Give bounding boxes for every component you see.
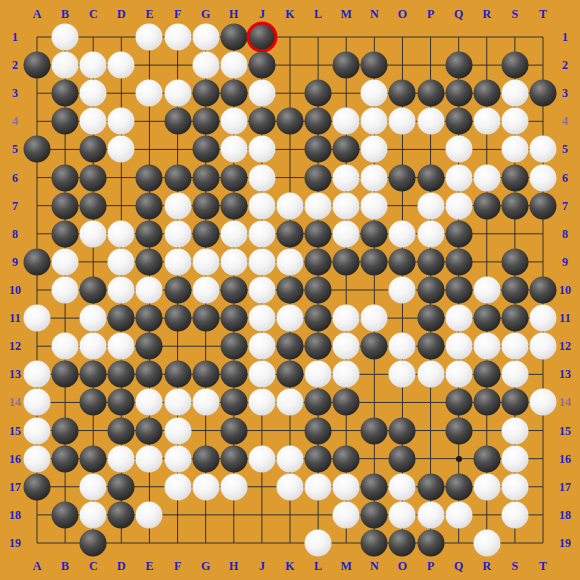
black-stone-K13[interactable] — [277, 361, 304, 388]
black-stone-G11[interactable] — [192, 305, 219, 332]
white-stone-J14[interactable] — [248, 389, 275, 416]
white-stone-S12[interactable] — [501, 333, 528, 360]
row-label-right-16: 16 — [559, 451, 571, 466]
white-stone-F14[interactable] — [164, 389, 191, 416]
white-stone-K9[interactable] — [277, 248, 304, 275]
black-stone-R11[interactable] — [473, 305, 500, 332]
white-stone-A11[interactable] — [24, 305, 51, 332]
black-stone-P12[interactable] — [417, 333, 444, 360]
column-label-top-H: H — [229, 7, 238, 22]
white-stone-H8[interactable] — [220, 220, 247, 247]
column-label-bottom-S: S — [512, 559, 519, 574]
black-stone-E6[interactable] — [136, 164, 163, 191]
white-stone-O13[interactable] — [389, 361, 416, 388]
white-stone-H5[interactable] — [220, 136, 247, 163]
white-stone-F9[interactable] — [164, 248, 191, 275]
black-stone-S11[interactable] — [501, 305, 528, 332]
white-stone-A16[interactable] — [24, 445, 51, 472]
white-stone-J12[interactable] — [248, 333, 275, 360]
black-stone-C14[interactable] — [80, 389, 107, 416]
white-stone-G14[interactable] — [192, 389, 219, 416]
black-stone-L9[interactable] — [305, 248, 332, 275]
white-stone-D10[interactable] — [108, 277, 135, 304]
white-stone-E1[interactable] — [136, 24, 163, 51]
white-stone-M12[interactable] — [333, 333, 360, 360]
white-stone-B12[interactable] — [52, 333, 79, 360]
column-label-bottom-K: K — [285, 559, 294, 574]
black-stone-Q8[interactable] — [445, 220, 472, 247]
white-stone-A15[interactable] — [24, 417, 51, 444]
black-stone-G13[interactable] — [192, 361, 219, 388]
white-stone-J7[interactable] — [248, 192, 275, 219]
black-stone-P19[interactable] — [417, 530, 444, 557]
white-stone-M11[interactable] — [333, 305, 360, 332]
column-label-bottom-E: E — [145, 559, 153, 574]
white-stone-Q7[interactable] — [445, 192, 472, 219]
black-stone-K10[interactable] — [277, 277, 304, 304]
black-stone-P11[interactable] — [417, 305, 444, 332]
black-stone-Q3[interactable] — [445, 80, 472, 107]
white-stone-M8[interactable] — [333, 220, 360, 247]
white-stone-P13[interactable] — [417, 361, 444, 388]
black-stone-P10[interactable] — [417, 277, 444, 304]
black-stone-M5[interactable] — [333, 136, 360, 163]
white-stone-J9[interactable] — [248, 248, 275, 275]
black-stone-J1[interactable] — [248, 24, 275, 51]
black-stone-B18[interactable] — [52, 501, 79, 528]
black-stone-N18[interactable] — [361, 501, 388, 528]
column-label-top-Q: Q — [454, 7, 463, 22]
black-stone-M9[interactable] — [333, 248, 360, 275]
black-stone-D11[interactable] — [108, 305, 135, 332]
column-label-top-G: G — [201, 7, 210, 22]
black-stone-H13[interactable] — [220, 361, 247, 388]
black-stone-H3[interactable] — [220, 80, 247, 107]
white-stone-G2[interactable] — [192, 52, 219, 79]
black-stone-G7[interactable] — [192, 192, 219, 219]
black-stone-S10[interactable] — [501, 277, 528, 304]
black-stone-L10[interactable] — [305, 277, 332, 304]
black-stone-D17[interactable] — [108, 473, 135, 500]
black-stone-O19[interactable] — [389, 530, 416, 557]
row-label-right-19: 19 — [559, 536, 571, 551]
black-stone-R3[interactable] — [473, 80, 500, 107]
black-stone-R16[interactable] — [473, 445, 500, 472]
white-stone-N3[interactable] — [361, 80, 388, 107]
white-stone-F1[interactable] — [164, 24, 191, 51]
white-stone-P4[interactable] — [417, 108, 444, 135]
white-stone-J6[interactable] — [248, 164, 275, 191]
black-stone-T3[interactable] — [530, 80, 557, 107]
column-label-bottom-F: F — [174, 559, 181, 574]
black-stone-D14[interactable] — [108, 389, 135, 416]
white-stone-S17[interactable] — [501, 473, 528, 500]
black-stone-L12[interactable] — [305, 333, 332, 360]
black-stone-G3[interactable] — [192, 80, 219, 107]
star-point-Q16 — [456, 456, 462, 462]
white-stone-S16[interactable] — [501, 445, 528, 472]
white-stone-L7[interactable] — [305, 192, 332, 219]
white-stone-J8[interactable] — [248, 220, 275, 247]
white-stone-S4[interactable] — [501, 108, 528, 135]
black-stone-B4[interactable] — [52, 108, 79, 135]
white-stone-E16[interactable] — [136, 445, 163, 472]
black-stone-H14[interactable] — [220, 389, 247, 416]
white-stone-M7[interactable] — [333, 192, 360, 219]
white-stone-O8[interactable] — [389, 220, 416, 247]
white-stone-M13[interactable] — [333, 361, 360, 388]
white-stone-J10[interactable] — [248, 277, 275, 304]
white-stone-K16[interactable] — [277, 445, 304, 472]
white-stone-D16[interactable] — [108, 445, 135, 472]
black-stone-S7[interactable] — [501, 192, 528, 219]
black-stone-B15[interactable] — [52, 417, 79, 444]
black-stone-R14[interactable] — [473, 389, 500, 416]
column-label-top-D: D — [117, 7, 126, 22]
row-label-right-5: 5 — [562, 142, 568, 157]
white-stone-E14[interactable] — [136, 389, 163, 416]
white-stone-S13[interactable] — [501, 361, 528, 388]
black-stone-E12[interactable] — [136, 333, 163, 360]
black-stone-E8[interactable] — [136, 220, 163, 247]
black-stone-K12[interactable] — [277, 333, 304, 360]
column-label-top-N: N — [370, 7, 379, 22]
white-stone-S5[interactable] — [501, 136, 528, 163]
black-stone-B7[interactable] — [52, 192, 79, 219]
black-stone-C16[interactable] — [80, 445, 107, 472]
black-stone-S14[interactable] — [501, 389, 528, 416]
black-stone-S9[interactable] — [501, 248, 528, 275]
white-stone-J5[interactable] — [248, 136, 275, 163]
black-stone-R13[interactable] — [473, 361, 500, 388]
white-stone-G9[interactable] — [192, 248, 219, 275]
black-stone-L11[interactable] — [305, 305, 332, 332]
white-stone-D12[interactable] — [108, 333, 135, 360]
black-stone-O6[interactable] — [389, 164, 416, 191]
black-stone-N12[interactable] — [361, 333, 388, 360]
column-label-top-M: M — [341, 7, 352, 22]
white-stone-C12[interactable] — [80, 333, 107, 360]
black-stone-J2[interactable] — [248, 52, 275, 79]
black-stone-L4[interactable] — [305, 108, 332, 135]
white-stone-L17[interactable] — [305, 473, 332, 500]
black-stone-C6[interactable] — [80, 164, 107, 191]
white-stone-E10[interactable] — [136, 277, 163, 304]
white-stone-C2[interactable] — [80, 52, 107, 79]
black-stone-T10[interactable] — [530, 277, 557, 304]
white-stone-K11[interactable] — [277, 305, 304, 332]
white-stone-Q11[interactable] — [445, 305, 472, 332]
row-label-right-9: 9 — [562, 254, 568, 269]
white-stone-A14[interactable] — [24, 389, 51, 416]
black-stone-H11[interactable] — [220, 305, 247, 332]
black-stone-K8[interactable] — [277, 220, 304, 247]
black-stone-G5[interactable] — [192, 136, 219, 163]
white-stone-R17[interactable] — [473, 473, 500, 500]
black-stone-F6[interactable] — [164, 164, 191, 191]
black-stone-A5[interactable] — [24, 136, 51, 163]
black-stone-B16[interactable] — [52, 445, 79, 472]
white-stone-F17[interactable] — [164, 473, 191, 500]
white-stone-R4[interactable] — [473, 108, 500, 135]
black-stone-O9[interactable] — [389, 248, 416, 275]
white-stone-Q6[interactable] — [445, 164, 472, 191]
black-stone-C7[interactable] — [80, 192, 107, 219]
white-stone-E18[interactable] — [136, 501, 163, 528]
row-label-right-10: 10 — [559, 283, 571, 298]
white-stone-R12[interactable] — [473, 333, 500, 360]
white-stone-T5[interactable] — [530, 136, 557, 163]
white-stone-J11[interactable] — [248, 305, 275, 332]
white-stone-J16[interactable] — [248, 445, 275, 472]
black-stone-M14[interactable] — [333, 389, 360, 416]
white-stone-J13[interactable] — [248, 361, 275, 388]
column-label-top-B: B — [61, 7, 69, 22]
white-stone-G17[interactable] — [192, 473, 219, 500]
column-label-bottom-D: D — [117, 559, 126, 574]
row-label-left-17: 17 — [9, 479, 21, 494]
black-stone-E11[interactable] — [136, 305, 163, 332]
black-stone-N2[interactable] — [361, 52, 388, 79]
white-stone-H4[interactable] — [220, 108, 247, 135]
black-stone-P3[interactable] — [417, 80, 444, 107]
black-stone-C13[interactable] — [80, 361, 107, 388]
black-stone-B3[interactable] — [52, 80, 79, 107]
black-stone-L16[interactable] — [305, 445, 332, 472]
row-label-right-8: 8 — [562, 226, 568, 241]
white-stone-B2[interactable] — [52, 52, 79, 79]
white-stone-F16[interactable] — [164, 445, 191, 472]
black-stone-N19[interactable] — [361, 530, 388, 557]
black-stone-P17[interactable] — [417, 473, 444, 500]
black-stone-D15[interactable] — [108, 417, 135, 444]
black-stone-T7[interactable] — [530, 192, 557, 219]
white-stone-T6[interactable] — [530, 164, 557, 191]
white-stone-C8[interactable] — [80, 220, 107, 247]
white-stone-L19[interactable] — [305, 530, 332, 557]
black-stone-H12[interactable] — [220, 333, 247, 360]
white-stone-C18[interactable] — [80, 501, 107, 528]
black-stone-D13[interactable] — [108, 361, 135, 388]
black-stone-H10[interactable] — [220, 277, 247, 304]
column-label-top-C: C — [89, 7, 98, 22]
white-stone-N11[interactable] — [361, 305, 388, 332]
black-stone-N8[interactable] — [361, 220, 388, 247]
go-board[interactable]: AABBCCDDEEFFGGHHJJKKLLMMNNOOPPQQRRSSTT11… — [0, 0, 580, 580]
row-label-left-4: 4 — [12, 114, 18, 129]
column-label-top-A: A — [33, 7, 42, 22]
white-stone-M6[interactable] — [333, 164, 360, 191]
black-stone-H1[interactable] — [220, 24, 247, 51]
black-stone-Q17[interactable] — [445, 473, 472, 500]
white-stone-C3[interactable] — [80, 80, 107, 107]
white-stone-R10[interactable] — [473, 277, 500, 304]
black-stone-N15[interactable] — [361, 417, 388, 444]
white-stone-H2[interactable] — [220, 52, 247, 79]
column-label-bottom-R: R — [482, 559, 491, 574]
black-stone-F10[interactable] — [164, 277, 191, 304]
white-stone-F8[interactable] — [164, 220, 191, 247]
white-stone-C17[interactable] — [80, 473, 107, 500]
white-stone-K7[interactable] — [277, 192, 304, 219]
black-stone-J4[interactable] — [248, 108, 275, 135]
black-stone-L8[interactable] — [305, 220, 332, 247]
black-stone-A17[interactable] — [24, 473, 51, 500]
white-stone-C11[interactable] — [80, 305, 107, 332]
row-label-left-6: 6 — [12, 170, 18, 185]
white-stone-M18[interactable] — [333, 501, 360, 528]
black-stone-H6[interactable] — [220, 164, 247, 191]
black-stone-C5[interactable] — [80, 136, 107, 163]
white-stone-S18[interactable] — [501, 501, 528, 528]
black-stone-G4[interactable] — [192, 108, 219, 135]
black-stone-S6[interactable] — [501, 164, 528, 191]
black-stone-Q15[interactable] — [445, 417, 472, 444]
white-stone-G1[interactable] — [192, 24, 219, 51]
black-stone-A2[interactable] — [24, 52, 51, 79]
white-stone-B9[interactable] — [52, 248, 79, 275]
white-stone-L13[interactable] — [305, 361, 332, 388]
row-label-right-7: 7 — [562, 198, 568, 213]
white-stone-N7[interactable] — [361, 192, 388, 219]
black-stone-Q4[interactable] — [445, 108, 472, 135]
white-stone-D5[interactable] — [108, 136, 135, 163]
black-stone-Q10[interactable] — [445, 277, 472, 304]
column-label-top-T: T — [539, 7, 547, 22]
white-stone-T12[interactable] — [530, 333, 557, 360]
black-stone-L3[interactable] — [305, 80, 332, 107]
white-stone-O4[interactable] — [389, 108, 416, 135]
white-stone-F15[interactable] — [164, 417, 191, 444]
white-stone-A13[interactable] — [24, 361, 51, 388]
black-stone-B8[interactable] — [52, 220, 79, 247]
black-stone-O16[interactable] — [389, 445, 416, 472]
white-stone-D8[interactable] — [108, 220, 135, 247]
white-stone-D4[interactable] — [108, 108, 135, 135]
white-stone-E3[interactable] — [136, 80, 163, 107]
black-stone-B6[interactable] — [52, 164, 79, 191]
row-label-left-8: 8 — [12, 226, 18, 241]
white-stone-T14[interactable] — [530, 389, 557, 416]
row-label-left-14: 14 — [9, 395, 21, 410]
black-stone-P9[interactable] — [417, 248, 444, 275]
black-stone-H15[interactable] — [220, 417, 247, 444]
white-stone-H17[interactable] — [220, 473, 247, 500]
white-stone-J3[interactable] — [248, 80, 275, 107]
black-stone-C19[interactable] — [80, 530, 107, 557]
column-label-top-L: L — [314, 7, 322, 22]
column-label-bottom-G: G — [201, 559, 210, 574]
white-stone-O12[interactable] — [389, 333, 416, 360]
white-stone-B10[interactable] — [52, 277, 79, 304]
row-label-left-7: 7 — [12, 198, 18, 213]
black-stone-H16[interactable] — [220, 445, 247, 472]
black-stone-F11[interactable] — [164, 305, 191, 332]
black-stone-D18[interactable] — [108, 501, 135, 528]
black-stone-L5[interactable] — [305, 136, 332, 163]
black-stone-N9[interactable] — [361, 248, 388, 275]
column-label-bottom-H: H — [229, 559, 238, 574]
white-stone-Q12[interactable] — [445, 333, 472, 360]
black-stone-F13[interactable] — [164, 361, 191, 388]
row-label-right-1: 1 — [562, 30, 568, 45]
white-stone-P7[interactable] — [417, 192, 444, 219]
white-stone-K14[interactable] — [277, 389, 304, 416]
white-stone-S3[interactable] — [501, 80, 528, 107]
white-stone-N6[interactable] — [361, 164, 388, 191]
white-stone-F3[interactable] — [164, 80, 191, 107]
black-stone-G6[interactable] — [192, 164, 219, 191]
black-stone-H7[interactable] — [220, 192, 247, 219]
column-label-top-K: K — [285, 7, 294, 22]
white-stone-O10[interactable] — [389, 277, 416, 304]
white-stone-O17[interactable] — [389, 473, 416, 500]
white-stone-N4[interactable] — [361, 108, 388, 135]
white-stone-H9[interactable] — [220, 248, 247, 275]
black-stone-P6[interactable] — [417, 164, 444, 191]
row-label-right-11: 11 — [559, 311, 570, 326]
black-stone-B13[interactable] — [52, 361, 79, 388]
white-stone-R6[interactable] — [473, 164, 500, 191]
black-stone-L6[interactable] — [305, 164, 332, 191]
black-stone-M2[interactable] — [333, 52, 360, 79]
white-stone-P18[interactable] — [417, 501, 444, 528]
white-stone-R19[interactable] — [473, 530, 500, 557]
black-stone-G8[interactable] — [192, 220, 219, 247]
black-stone-R7[interactable] — [473, 192, 500, 219]
white-stone-N5[interactable] — [361, 136, 388, 163]
white-stone-D9[interactable] — [108, 248, 135, 275]
white-stone-K17[interactable] — [277, 473, 304, 500]
black-stone-L14[interactable] — [305, 389, 332, 416]
black-stone-G16[interactable] — [192, 445, 219, 472]
white-stone-Q5[interactable] — [445, 136, 472, 163]
black-stone-E9[interactable] — [136, 248, 163, 275]
column-label-top-S: S — [512, 7, 519, 22]
black-stone-F4[interactable] — [164, 108, 191, 135]
black-stone-A9[interactable] — [24, 248, 51, 275]
black-stone-Q14[interactable] — [445, 389, 472, 416]
black-stone-Q2[interactable] — [445, 52, 472, 79]
black-stone-O3[interactable] — [389, 80, 416, 107]
black-stone-Q9[interactable] — [445, 248, 472, 275]
white-stone-B1[interactable] — [52, 24, 79, 51]
black-stone-K4[interactable] — [277, 108, 304, 135]
white-stone-Q13[interactable] — [445, 361, 472, 388]
white-stone-P8[interactable] — [417, 220, 444, 247]
black-stone-E13[interactable] — [136, 361, 163, 388]
black-stone-E7[interactable] — [136, 192, 163, 219]
white-stone-D2[interactable] — [108, 52, 135, 79]
black-stone-C10[interactable] — [80, 277, 107, 304]
black-stone-N17[interactable] — [361, 473, 388, 500]
black-stone-L15[interactable] — [305, 417, 332, 444]
white-stone-C4[interactable] — [80, 108, 107, 135]
white-stone-O18[interactable] — [389, 501, 416, 528]
white-stone-M4[interactable] — [333, 108, 360, 135]
white-stone-G10[interactable] — [192, 277, 219, 304]
white-stone-T11[interactable] — [530, 305, 557, 332]
black-stone-S2[interactable] — [501, 52, 528, 79]
white-stone-Q18[interactable] — [445, 501, 472, 528]
black-stone-E15[interactable] — [136, 417, 163, 444]
black-stone-O15[interactable] — [389, 417, 416, 444]
black-stone-M16[interactable] — [333, 445, 360, 472]
column-label-bottom-P: P — [427, 559, 434, 574]
white-stone-M17[interactable] — [333, 473, 360, 500]
white-stone-F7[interactable] — [164, 192, 191, 219]
white-stone-S15[interactable] — [501, 417, 528, 444]
